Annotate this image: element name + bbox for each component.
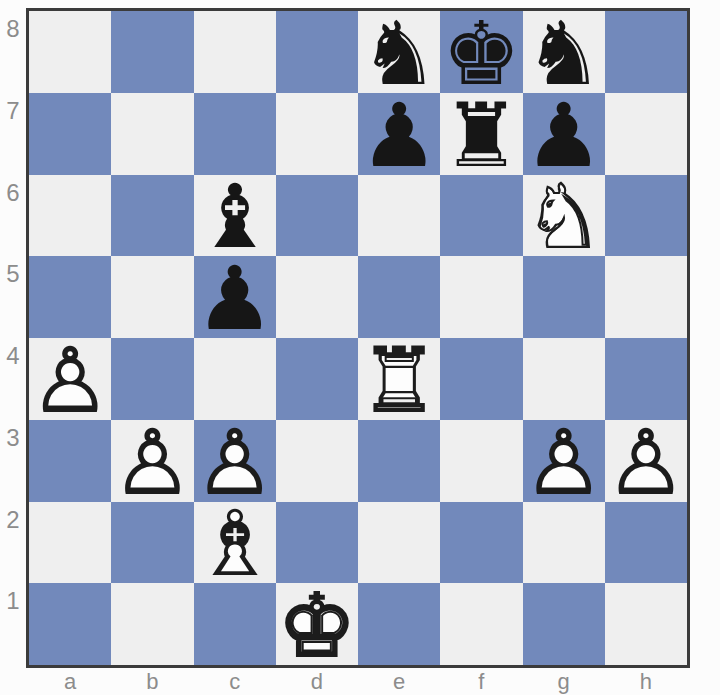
square-f2[interactable] <box>440 502 522 584</box>
square-h5[interactable] <box>605 256 687 338</box>
square-c1[interactable] <box>194 583 276 665</box>
square-c4[interactable] <box>194 338 276 420</box>
white-knight[interactable]: ♞♘ <box>523 175 605 257</box>
square-c8[interactable] <box>194 11 276 93</box>
square-g5[interactable] <box>523 256 605 338</box>
square-d1[interactable]: ♚♔ <box>276 583 358 665</box>
square-e8[interactable]: ♞ <box>358 11 440 93</box>
square-g4[interactable] <box>523 338 605 420</box>
square-f3[interactable] <box>440 420 522 502</box>
square-h8[interactable] <box>605 11 687 93</box>
black-knight-glyph: ♞ <box>358 13 440 95</box>
square-g3[interactable]: ♟♙ <box>523 420 605 502</box>
file-label-g: g <box>523 669 605 695</box>
square-d6[interactable] <box>276 175 358 257</box>
black-king-glyph: ♚ <box>440 13 522 95</box>
square-e5[interactable] <box>358 256 440 338</box>
white-pawn-outline: ♙ <box>29 340 111 422</box>
square-h6[interactable] <box>605 175 687 257</box>
square-f8[interactable]: ♚ <box>440 11 522 93</box>
white-pawn[interactable]: ♟♙ <box>194 420 276 502</box>
square-b5[interactable] <box>111 256 193 338</box>
square-d2[interactable] <box>276 502 358 584</box>
white-pawn[interactable]: ♟♙ <box>111 420 193 502</box>
square-d8[interactable] <box>276 11 358 93</box>
black-knight-glyph: ♞ <box>523 13 605 95</box>
square-c5[interactable]: ♟ <box>194 256 276 338</box>
square-a4[interactable]: ♟♙ <box>29 338 111 420</box>
square-d7[interactable] <box>276 93 358 175</box>
white-bishop[interactable]: ♝♗ <box>194 502 276 584</box>
chess-board: ♞♚♞♟♜♟♝♞♘♟♟♙♜♖♟♙♟♙♟♙♟♙♝♗♚♔ <box>29 11 687 665</box>
white-knight-outline: ♘ <box>523 177 605 259</box>
file-label-b: b <box>111 669 193 695</box>
square-c3[interactable]: ♟♙ <box>194 420 276 502</box>
square-g2[interactable] <box>523 502 605 584</box>
file-label-a: a <box>29 669 111 695</box>
square-h2[interactable] <box>605 502 687 584</box>
square-e4[interactable]: ♜♖ <box>358 338 440 420</box>
square-d3[interactable] <box>276 420 358 502</box>
black-pawn[interactable]: ♟ <box>358 93 440 175</box>
square-e3[interactable] <box>358 420 440 502</box>
square-f7[interactable]: ♜ <box>440 93 522 175</box>
white-rook-outline: ♖ <box>358 340 440 422</box>
black-bishop-glyph: ♝ <box>194 177 276 259</box>
square-g7[interactable]: ♟ <box>523 93 605 175</box>
white-pawn[interactable]: ♟♙ <box>523 420 605 502</box>
white-pawn[interactable]: ♟♙ <box>29 338 111 420</box>
file-label-c: c <box>194 669 276 695</box>
chess-board-frame: ♞♚♞♟♜♟♝♞♘♟♟♙♜♖♟♙♟♙♟♙♟♙♝♗♚♔ <box>26 8 690 668</box>
square-h4[interactable] <box>605 338 687 420</box>
black-pawn-glyph: ♟ <box>523 95 605 177</box>
square-h7[interactable] <box>605 93 687 175</box>
square-a8[interactable] <box>29 11 111 93</box>
rank-label-7: 7 <box>0 97 26 125</box>
square-e2[interactable] <box>358 502 440 584</box>
square-f1[interactable] <box>440 583 522 665</box>
file-label-d: d <box>276 669 358 695</box>
black-pawn[interactable]: ♟ <box>523 93 605 175</box>
square-a2[interactable] <box>29 502 111 584</box>
square-h3[interactable]: ♟♙ <box>605 420 687 502</box>
square-e1[interactable] <box>358 583 440 665</box>
square-f4[interactable] <box>440 338 522 420</box>
black-pawn[interactable]: ♟ <box>194 256 276 338</box>
rank-label-5: 5 <box>0 260 26 288</box>
black-knight[interactable]: ♞ <box>523 11 605 93</box>
black-pawn-glyph: ♟ <box>358 95 440 177</box>
white-bishop-outline: ♗ <box>194 504 276 586</box>
file-label-e: e <box>358 669 440 695</box>
black-pawn-glyph: ♟ <box>194 258 276 340</box>
square-a7[interactable] <box>29 93 111 175</box>
square-h1[interactable] <box>605 583 687 665</box>
white-pawn-outline: ♙ <box>194 422 276 504</box>
rank-label-1: 1 <box>0 587 26 615</box>
chess-diagram: ♞♚♞♟♜♟♝♞♘♟♟♙♜♖♟♙♟♙♟♙♟♙♝♗♚♔ 87654321 abcd… <box>0 0 720 695</box>
file-label-f: f <box>440 669 522 695</box>
white-pawn-outline: ♙ <box>523 422 605 504</box>
white-pawn-outline: ♙ <box>111 422 193 504</box>
square-c6[interactable]: ♝ <box>194 175 276 257</box>
white-pawn-outline: ♙ <box>605 422 687 504</box>
square-d5[interactable] <box>276 256 358 338</box>
square-g6[interactable]: ♞♘ <box>523 175 605 257</box>
black-bishop[interactable]: ♝ <box>194 175 276 257</box>
square-c7[interactable] <box>194 93 276 175</box>
square-e7[interactable]: ♟ <box>358 93 440 175</box>
square-b7[interactable] <box>111 93 193 175</box>
rank-label-4: 4 <box>0 342 26 370</box>
square-c2[interactable]: ♝♗ <box>194 502 276 584</box>
rank-label-2: 2 <box>0 506 26 534</box>
rank-label-3: 3 <box>0 424 26 452</box>
black-knight[interactable]: ♞ <box>358 11 440 93</box>
square-b8[interactable] <box>111 11 193 93</box>
square-b6[interactable] <box>111 175 193 257</box>
square-d4[interactable] <box>276 338 358 420</box>
white-king[interactable]: ♚♔ <box>276 583 358 665</box>
square-b1[interactable] <box>111 583 193 665</box>
square-g1[interactable] <box>523 583 605 665</box>
square-a5[interactable] <box>29 256 111 338</box>
white-pawn[interactable]: ♟♙ <box>605 420 687 502</box>
square-g8[interactable]: ♞ <box>523 11 605 93</box>
white-rook[interactable]: ♜♖ <box>358 338 440 420</box>
square-b3[interactable]: ♟♙ <box>111 420 193 502</box>
square-a1[interactable] <box>29 583 111 665</box>
black-rook[interactable]: ♜ <box>440 93 522 175</box>
square-b4[interactable] <box>111 338 193 420</box>
rank-label-8: 8 <box>0 15 26 43</box>
black-king[interactable]: ♚ <box>440 11 522 93</box>
square-b2[interactable] <box>111 502 193 584</box>
rank-label-6: 6 <box>0 179 26 207</box>
file-label-h: h <box>605 669 687 695</box>
square-f5[interactable] <box>440 256 522 338</box>
white-king-outline: ♔ <box>276 585 358 667</box>
square-f6[interactable] <box>440 175 522 257</box>
square-a6[interactable] <box>29 175 111 257</box>
black-rook-glyph: ♜ <box>440 95 522 177</box>
square-a3[interactable] <box>29 420 111 502</box>
square-e6[interactable] <box>358 175 440 257</box>
